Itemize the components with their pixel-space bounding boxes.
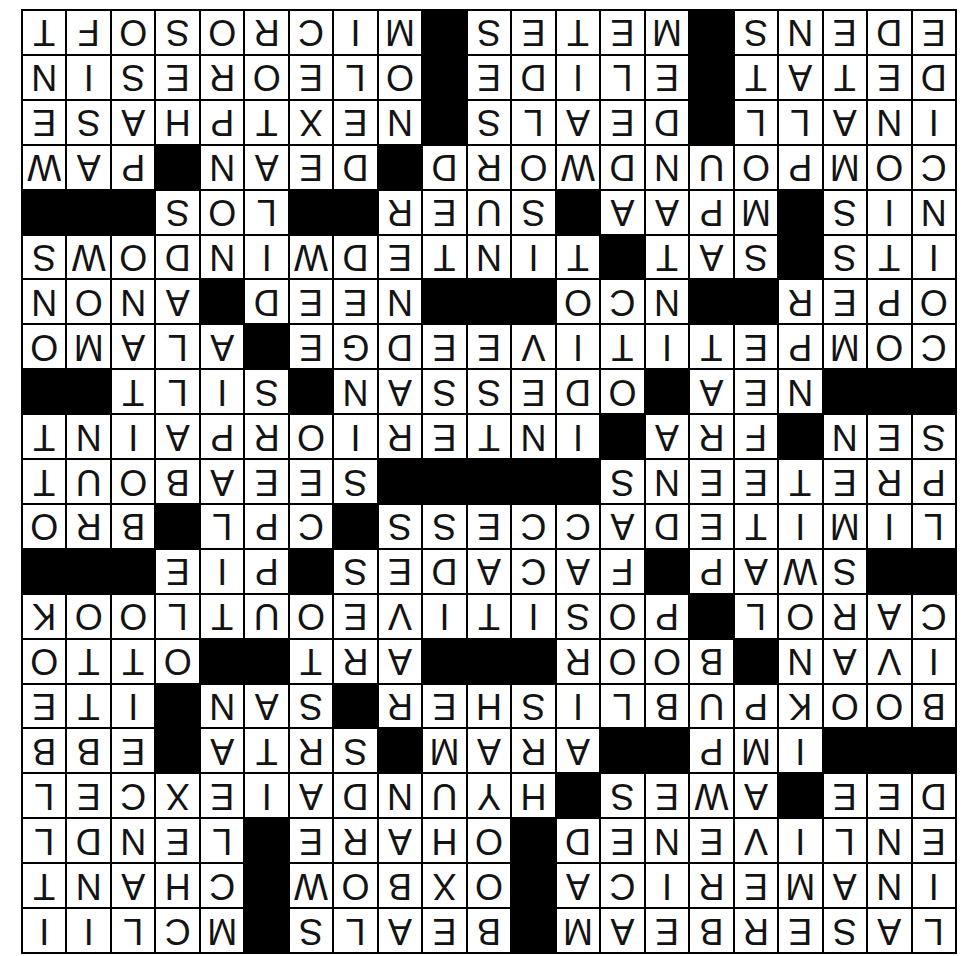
grid-cell: O — [379, 56, 421, 99]
block-cell — [156, 729, 198, 772]
grid-cell: E — [423, 909, 465, 952]
grid-cell: R — [334, 640, 376, 683]
grid-cell: F — [735, 415, 777, 458]
grid-cell: M — [824, 505, 866, 548]
grid-cell: D — [379, 325, 421, 368]
grid-cell: R — [379, 191, 421, 234]
grid-cell: S — [824, 909, 866, 952]
block-cell — [779, 774, 821, 817]
grid-cell: O — [201, 11, 243, 54]
block-cell — [735, 280, 777, 323]
grid-cell: G — [334, 325, 376, 368]
block-cell — [156, 685, 198, 728]
grid-cell: M — [67, 325, 109, 368]
block-cell — [423, 280, 465, 323]
grid-cell: I — [112, 415, 154, 458]
grid-cell: E — [824, 774, 866, 817]
block-cell — [512, 819, 554, 862]
block-cell — [557, 460, 599, 503]
grid-cell: E — [156, 550, 198, 593]
grid-cell: R — [67, 505, 109, 548]
grid-cell: O — [601, 640, 643, 683]
grid-cell: A — [601, 909, 643, 952]
grid-cell: A — [646, 415, 688, 458]
grid-cell: L — [23, 819, 65, 862]
grid-cell: L — [512, 101, 554, 144]
block-cell — [690, 11, 732, 54]
grid-cell: R — [690, 415, 732, 458]
grid-cell: N — [779, 11, 821, 54]
block-cell — [557, 774, 599, 817]
grid-cell: O — [112, 236, 154, 279]
grid-cell: A — [690, 370, 732, 413]
grid-cell: C — [913, 325, 955, 368]
grid-cell: N — [779, 370, 821, 413]
grid-cell: E — [290, 460, 332, 503]
grid-cell: N — [512, 415, 554, 458]
grid-cell: S — [601, 460, 643, 503]
grid-cell: I — [868, 505, 910, 548]
grid-cell: X — [156, 774, 198, 817]
grid-cell: O — [512, 146, 554, 189]
grid-cell: L — [156, 595, 198, 638]
grid-cell: N — [67, 415, 109, 458]
grid-cell: R — [824, 595, 866, 638]
grid-cell: N — [868, 101, 910, 144]
block-cell — [290, 191, 332, 234]
grid-cell: A — [201, 460, 243, 503]
grid-cell: P — [245, 550, 287, 593]
grid-cell: O — [245, 56, 287, 99]
grid-cell: N — [913, 191, 955, 234]
grid-cell: P — [201, 101, 243, 144]
grid-cell: E — [913, 11, 955, 54]
grid-cell: E — [601, 101, 643, 144]
grid-cell: O — [23, 640, 65, 683]
grid-cell: A — [557, 101, 599, 144]
grid-cell: E — [646, 774, 688, 817]
block-cell — [735, 640, 777, 683]
grid-cell: S — [824, 550, 866, 593]
grid-cell: L — [779, 101, 821, 144]
grid-cell: A — [557, 550, 599, 593]
grid-cell: I — [913, 236, 955, 279]
grid-cell: A — [245, 146, 287, 189]
grid-cell: C — [557, 505, 599, 548]
grid-cell: T — [67, 685, 109, 728]
grid-cell: K — [779, 685, 821, 728]
block-cell — [112, 191, 154, 234]
grid-cell: I — [779, 729, 821, 772]
grid-cell: B — [67, 729, 109, 772]
grid-cell: T — [735, 56, 777, 99]
block-cell — [245, 864, 287, 907]
block-cell — [379, 729, 421, 772]
block-cell — [690, 280, 732, 323]
grid-cell: P — [690, 729, 732, 772]
block-cell — [67, 370, 109, 413]
grid-cell: T — [646, 236, 688, 279]
grid-cell: S — [23, 236, 65, 279]
grid-cell: E — [779, 909, 821, 952]
grid-cell: C — [112, 774, 154, 817]
grid-cell: E — [735, 325, 777, 368]
block-cell — [379, 460, 421, 503]
grid-cell: S — [423, 505, 465, 548]
grid-cell: L — [156, 370, 198, 413]
grid-cell: D — [334, 146, 376, 189]
block-cell — [468, 460, 510, 503]
grid-cell: T — [23, 460, 65, 503]
grid-cell: V — [379, 595, 421, 638]
block-cell — [468, 640, 510, 683]
grid-cell: O — [23, 505, 65, 548]
grid-cell: N — [824, 415, 866, 458]
grid-cell: E — [690, 460, 732, 503]
grid-cell: R — [245, 11, 287, 54]
grid-cell: E — [735, 370, 777, 413]
block-cell — [868, 550, 910, 593]
block-cell — [913, 370, 955, 413]
grid-cell: E — [290, 819, 332, 862]
grid-cell: X — [423, 864, 465, 907]
grid-cell: R — [735, 909, 777, 952]
grid-cell: O — [868, 146, 910, 189]
grid-cell: A — [112, 101, 154, 144]
grid-cell: D — [245, 280, 287, 323]
grid-cell: O — [868, 325, 910, 368]
grid-cell: D — [646, 101, 688, 144]
block-cell — [601, 236, 643, 279]
grid-cell: S — [735, 11, 777, 54]
grid-cell: R — [379, 685, 421, 728]
grid-cell: S — [334, 460, 376, 503]
grid-cell: R — [557, 640, 599, 683]
grid-cell: B — [690, 909, 732, 952]
grid-cell: E — [334, 595, 376, 638]
grid-cell: I — [67, 909, 109, 952]
block-cell — [423, 11, 465, 54]
block-cell — [601, 415, 643, 458]
grid-cell: N — [646, 460, 688, 503]
grid-cell: S — [156, 191, 198, 234]
grid-cell: E — [290, 56, 332, 99]
grid-cell: T — [245, 101, 287, 144]
grid-cell: N — [23, 56, 65, 99]
grid-cell: D — [334, 236, 376, 279]
grid-cell: B — [23, 729, 65, 772]
block-cell — [512, 640, 554, 683]
grid-cell: S — [290, 909, 332, 952]
grid-cell: I — [868, 191, 910, 234]
grid-cell: E — [468, 325, 510, 368]
grid-cell: U — [67, 460, 109, 503]
grid-cell: P — [690, 550, 732, 593]
block-cell — [67, 550, 109, 593]
grid-cell: O — [112, 11, 154, 54]
grid-cell: O — [557, 280, 599, 323]
grid-cell: R — [245, 415, 287, 458]
grid-cell: A — [112, 325, 154, 368]
grid-cell: D — [913, 774, 955, 817]
block-cell — [824, 729, 866, 772]
grid-cell: C — [290, 11, 332, 54]
block-cell — [423, 640, 465, 683]
block-cell — [690, 56, 732, 99]
grid-cell: D — [557, 370, 599, 413]
grid-cell: A — [156, 415, 198, 458]
grid-cell: W — [290, 864, 332, 907]
grid-cell: I — [23, 909, 65, 952]
grid-cell: B — [468, 909, 510, 952]
block-cell — [112, 550, 154, 593]
grid-cell: E — [646, 909, 688, 952]
block-cell — [245, 909, 287, 952]
grid-cell: T — [735, 505, 777, 548]
grid-cell: D — [868, 11, 910, 54]
grid-cell: A — [379, 819, 421, 862]
block-cell — [201, 640, 243, 683]
grid-cell: C — [913, 595, 955, 638]
grid-cell: C — [913, 146, 955, 189]
grid-cell: T — [690, 325, 732, 368]
block-cell — [156, 146, 198, 189]
block-cell — [23, 191, 65, 234]
grid-cell: E — [156, 819, 198, 862]
grid-cell: B — [112, 505, 154, 548]
grid-cell: E — [334, 280, 376, 323]
crossword-board: LASERBEAMBEALSMCLIIINAMERICAOXBOWCHANTEN… — [21, 9, 957, 954]
grid-cell: I — [334, 11, 376, 54]
grid-cell: E — [512, 11, 554, 54]
grid-cell: E — [468, 505, 510, 548]
grid-cell: C — [601, 280, 643, 323]
grid-cell: T — [868, 236, 910, 279]
grid-cell: D — [913, 56, 955, 99]
grid-cell: D — [334, 774, 376, 817]
grid-cell: A — [824, 101, 866, 144]
grid-cell: D — [423, 146, 465, 189]
grid-cell: M — [201, 909, 243, 952]
grid-cell: E — [735, 864, 777, 907]
block-cell — [156, 505, 198, 548]
grid-cell: E — [646, 56, 688, 99]
block-cell — [779, 191, 821, 234]
grid-cell: L — [245, 191, 287, 234]
grid-cell: R — [379, 415, 421, 458]
grid-cell: S — [423, 370, 465, 413]
grid-cell: N — [201, 236, 243, 279]
grid-cell: B — [690, 640, 732, 683]
block-cell — [913, 550, 955, 593]
grid-cell: F — [67, 11, 109, 54]
grid-cell: N — [646, 819, 688, 862]
grid-cell: I — [913, 101, 955, 144]
grid-cell: E — [601, 819, 643, 862]
grid-cell: E — [23, 101, 65, 144]
grid-cell: T — [112, 370, 154, 413]
grid-cell: T — [201, 595, 243, 638]
grid-cell: V — [512, 325, 554, 368]
grid-cell: E — [868, 56, 910, 99]
grid-cell: B — [156, 460, 198, 503]
grid-cell: K — [23, 595, 65, 638]
grid-cell: L — [201, 819, 243, 862]
grid-cell: S — [468, 370, 510, 413]
block-cell — [557, 191, 599, 234]
grid-cell: I — [646, 325, 688, 368]
grid-cell: U — [690, 685, 732, 728]
grid-cell: A — [290, 774, 332, 817]
block-cell — [290, 370, 332, 413]
grid-cell: R — [290, 729, 332, 772]
grid-cell: E — [290, 325, 332, 368]
grid-cell: S — [468, 11, 510, 54]
grid-cell: S — [824, 191, 866, 234]
block-cell — [646, 729, 688, 772]
grid-cell: D — [646, 505, 688, 548]
grid-cell: E — [824, 11, 866, 54]
grid-cell: B — [646, 685, 688, 728]
grid-cell: T — [67, 640, 109, 683]
grid-cell: S — [557, 595, 599, 638]
block-cell — [334, 685, 376, 728]
block-cell — [245, 640, 287, 683]
grid-cell: I — [557, 685, 599, 728]
grid-cell: S — [156, 11, 198, 54]
grid-cell: E — [601, 11, 643, 54]
grid-cell: T — [557, 11, 599, 54]
grid-cell: N — [379, 280, 421, 323]
grid-cell: C — [512, 505, 554, 548]
grid-cell: L — [334, 909, 376, 952]
grid-cell: A — [557, 729, 599, 772]
block-cell — [646, 370, 688, 413]
grid-cell: R — [779, 280, 821, 323]
grid-cell: U — [690, 146, 732, 189]
grid-cell: I — [334, 415, 376, 458]
grid-cell: S — [824, 236, 866, 279]
grid-cell: U — [468, 191, 510, 234]
grid-cell: A — [379, 370, 421, 413]
grid-cell: T — [468, 595, 510, 638]
grid-cell: N — [646, 146, 688, 189]
grid-cell: N — [379, 101, 421, 144]
grid-cell: E — [245, 460, 287, 503]
block-cell — [512, 909, 554, 952]
block-cell — [824, 370, 866, 413]
grid-cell: S — [601, 774, 643, 817]
grid-cell: H — [423, 819, 465, 862]
block-cell — [512, 460, 554, 503]
grid-cell: A — [646, 191, 688, 234]
grid-cell: H — [512, 774, 554, 817]
grid-cell: L — [156, 325, 198, 368]
grid-cell: E — [290, 146, 332, 189]
grid-cell: I — [423, 595, 465, 638]
grid-cell: N — [334, 370, 376, 413]
grid-cell: O — [112, 460, 154, 503]
grid-cell: S — [512, 191, 554, 234]
grid-cell: Y — [468, 774, 510, 817]
grid-cell: S — [379, 505, 421, 548]
grid-cell: O — [334, 864, 376, 907]
grid-cell: S — [913, 415, 955, 458]
grid-cell: U — [245, 595, 287, 638]
grid-cell: B — [913, 685, 955, 728]
grid-cell: D — [557, 819, 599, 862]
block-cell — [67, 191, 109, 234]
grid-cell: N — [201, 685, 243, 728]
grid-cell: W — [779, 550, 821, 593]
grid-cell: N — [112, 819, 154, 862]
grid-cell: I — [201, 370, 243, 413]
grid-cell: A — [824, 640, 866, 683]
grid-cell: P — [690, 191, 732, 234]
grid-cell: P — [868, 280, 910, 323]
block-cell — [779, 236, 821, 279]
grid-cell: E — [690, 505, 732, 548]
block-cell — [512, 864, 554, 907]
grid-cell: S — [67, 101, 109, 144]
grid-cell: P — [779, 325, 821, 368]
grid-cell: E — [23, 685, 65, 728]
block-cell — [423, 101, 465, 144]
grid-cell: T — [245, 729, 287, 772]
grid-cell: E — [735, 460, 777, 503]
grid-cell: E — [423, 191, 465, 234]
grid-cell: I — [112, 685, 154, 728]
grid-cell: P — [735, 685, 777, 728]
block-cell — [690, 101, 732, 144]
grid-cell: T — [557, 236, 599, 279]
grid-cell: T — [468, 415, 510, 458]
grid-cell: M — [735, 191, 777, 234]
grid-cell: I — [245, 236, 287, 279]
grid-cell: O — [67, 595, 109, 638]
grid-cell: A — [779, 56, 821, 99]
grid-cell: S — [334, 729, 376, 772]
grid-cell: T — [23, 415, 65, 458]
grid-cell: T — [112, 640, 154, 683]
grid-cell: O — [23, 325, 65, 368]
grid-cell: M — [824, 325, 866, 368]
grid-cell: E — [156, 56, 198, 99]
block-cell — [23, 550, 65, 593]
block-cell — [913, 729, 955, 772]
grid-cell: I — [245, 774, 287, 817]
grid-cell: M — [646, 11, 688, 54]
block-cell — [512, 280, 554, 323]
grid-cell: L — [201, 505, 243, 548]
grid-cell: A — [868, 909, 910, 952]
grid-cell: S — [112, 56, 154, 99]
grid-cell: C — [201, 864, 243, 907]
grid-cell: A — [824, 864, 866, 907]
grid-cell: M — [779, 864, 821, 907]
grid-cell: F — [601, 550, 643, 593]
grid-cell: E — [379, 550, 421, 593]
grid-cell: E — [868, 774, 910, 817]
grid-cell: E — [201, 774, 243, 817]
grid-cell: W — [557, 146, 599, 189]
grid-cell: D — [512, 56, 554, 99]
grid-cell: N — [67, 864, 109, 907]
block-cell — [201, 280, 243, 323]
block-cell — [779, 415, 821, 458]
grid-cell: H — [156, 864, 198, 907]
grid-cell: S — [290, 685, 332, 728]
